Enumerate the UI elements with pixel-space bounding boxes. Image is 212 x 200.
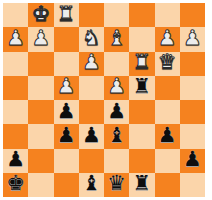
square-f6[interactable]: ♟ — [54, 124, 79, 148]
square-f2[interactable] — [54, 27, 79, 51]
black-pawn[interactable]: ♟ — [158, 125, 177, 146]
square-a3[interactable] — [180, 52, 205, 76]
square-e6[interactable]: ♟ — [79, 124, 104, 148]
square-b7[interactable] — [155, 149, 180, 173]
square-d7[interactable] — [104, 149, 129, 173]
white-pawn[interactable]: ♟ — [107, 76, 126, 97]
square-a5[interactable] — [180, 100, 205, 124]
square-a4[interactable] — [180, 76, 205, 100]
white-pawn[interactable]: ♟ — [158, 28, 177, 49]
square-f3[interactable] — [54, 52, 79, 76]
square-b1[interactable] — [155, 3, 180, 27]
square-d3[interactable] — [104, 52, 129, 76]
black-pawn[interactable]: ♟ — [6, 149, 25, 170]
square-d5[interactable]: ♟ — [104, 100, 129, 124]
square-h3[interactable] — [3, 52, 28, 76]
black-bishop[interactable]: ♝ — [82, 173, 101, 194]
square-g2[interactable]: ♟ — [28, 27, 53, 51]
square-b5[interactable] — [155, 100, 180, 124]
white-pawn[interactable]: ♟ — [6, 28, 25, 49]
black-pawn[interactable]: ♟ — [57, 101, 76, 122]
square-a1[interactable] — [180, 3, 205, 27]
black-king[interactable]: ♚ — [6, 173, 25, 194]
square-b8[interactable] — [155, 173, 180, 197]
square-e1[interactable] — [79, 3, 104, 27]
square-f1[interactable]: ♜ — [54, 3, 79, 27]
square-g1[interactable]: ♚ — [28, 3, 53, 27]
square-h1[interactable] — [3, 3, 28, 27]
square-b3[interactable]: ♛ — [155, 52, 180, 76]
white-pawn[interactable]: ♟ — [82, 52, 101, 73]
square-d6[interactable]: ♝ — [104, 124, 129, 148]
white-knight[interactable]: ♞ — [82, 28, 101, 49]
board-frame: ♚♜♟♟♞♝♟♟♟♜♛♟♟♜♟♟♟♟♝♟♟♟♚♝♛♜ — [0, 0, 212, 200]
square-d2[interactable]: ♝ — [104, 27, 129, 51]
square-g7[interactable] — [28, 149, 53, 173]
white-bishop[interactable]: ♝ — [107, 28, 126, 49]
black-pawn[interactable]: ♟ — [57, 125, 76, 146]
chess-board: ♚♜♟♟♞♝♟♟♟♜♛♟♟♜♟♟♟♟♝♟♟♟♚♝♛♜ — [3, 3, 205, 197]
square-c3[interactable]: ♜ — [129, 52, 154, 76]
black-queen[interactable]: ♛ — [107, 173, 126, 194]
black-rook[interactable]: ♜ — [132, 76, 151, 97]
square-e4[interactable] — [79, 76, 104, 100]
black-pawn[interactable]: ♟ — [82, 125, 101, 146]
square-c2[interactable] — [129, 27, 154, 51]
white-king[interactable]: ♚ — [31, 4, 50, 25]
square-g8[interactable] — [28, 173, 53, 197]
square-g6[interactable] — [28, 124, 53, 148]
square-g3[interactable] — [28, 52, 53, 76]
black-bishop[interactable]: ♝ — [107, 125, 126, 146]
square-b2[interactable]: ♟ — [155, 27, 180, 51]
square-e2[interactable]: ♞ — [79, 27, 104, 51]
square-c1[interactable] — [129, 3, 154, 27]
square-h5[interactable] — [3, 100, 28, 124]
square-e7[interactable] — [79, 149, 104, 173]
square-a2[interactable]: ♟ — [180, 27, 205, 51]
white-pawn[interactable]: ♟ — [57, 76, 76, 97]
square-f4[interactable]: ♟ — [54, 76, 79, 100]
square-c5[interactable] — [129, 100, 154, 124]
square-b6[interactable]: ♟ — [155, 124, 180, 148]
white-rook[interactable]: ♜ — [57, 4, 76, 25]
white-rook[interactable]: ♜ — [132, 52, 151, 73]
square-d8[interactable]: ♛ — [104, 173, 129, 197]
square-d1[interactable] — [104, 3, 129, 27]
square-b4[interactable] — [155, 76, 180, 100]
square-a6[interactable] — [180, 124, 205, 148]
black-rook[interactable]: ♜ — [132, 173, 151, 194]
square-h8[interactable]: ♚ — [3, 173, 28, 197]
square-f8[interactable] — [54, 173, 79, 197]
square-d4[interactable]: ♟ — [104, 76, 129, 100]
square-f7[interactable] — [54, 149, 79, 173]
white-pawn[interactable]: ♟ — [183, 28, 202, 49]
square-e8[interactable]: ♝ — [79, 173, 104, 197]
square-e5[interactable] — [79, 100, 104, 124]
square-h7[interactable]: ♟ — [3, 149, 28, 173]
square-a7[interactable]: ♟ — [180, 149, 205, 173]
square-c4[interactable]: ♜ — [129, 76, 154, 100]
black-pawn[interactable]: ♟ — [183, 149, 202, 170]
square-h6[interactable] — [3, 124, 28, 148]
black-pawn[interactable]: ♟ — [107, 101, 126, 122]
white-pawn[interactable]: ♟ — [31, 28, 50, 49]
white-queen[interactable]: ♛ — [158, 52, 177, 73]
square-h4[interactable] — [3, 76, 28, 100]
square-g4[interactable] — [28, 76, 53, 100]
square-c8[interactable]: ♜ — [129, 173, 154, 197]
square-a8[interactable] — [180, 173, 205, 197]
square-e3[interactable]: ♟ — [79, 52, 104, 76]
square-h2[interactable]: ♟ — [3, 27, 28, 51]
square-g5[interactable] — [28, 100, 53, 124]
square-f5[interactable]: ♟ — [54, 100, 79, 124]
square-c6[interactable] — [129, 124, 154, 148]
square-c7[interactable] — [129, 149, 154, 173]
